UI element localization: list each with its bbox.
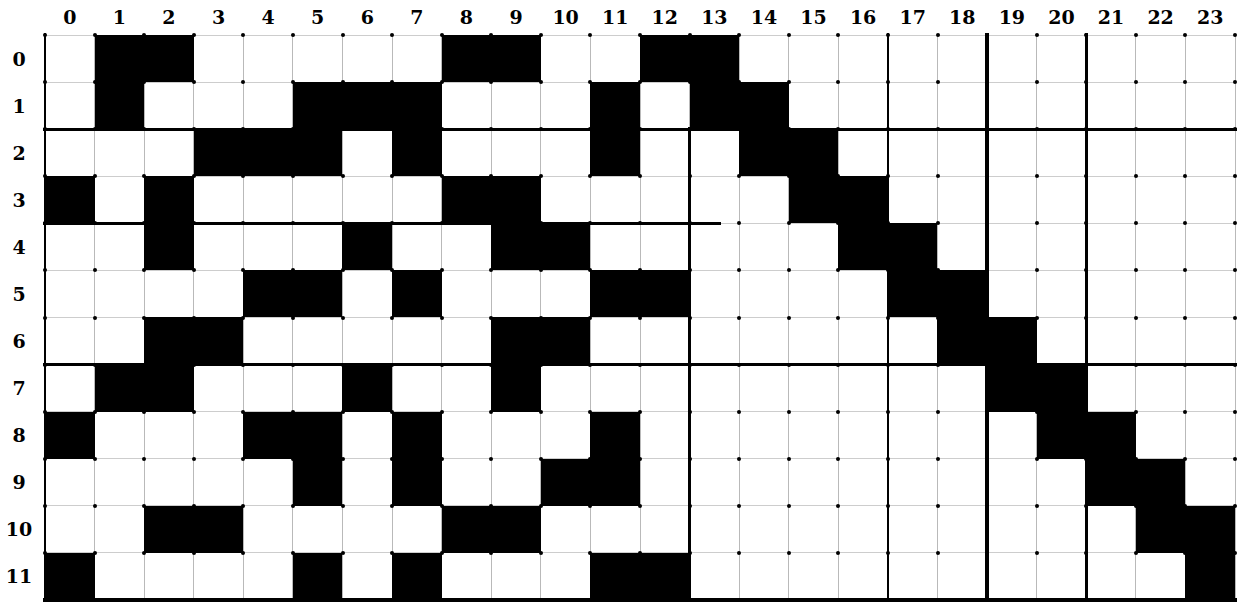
cell-r10-c7	[392, 506, 442, 553]
col-label-19: 19	[987, 2, 1037, 32]
cell-r7-c17	[888, 365, 938, 412]
cell-r6-c17	[888, 317, 938, 364]
intersection-dot-r10-c20	[1035, 504, 1039, 508]
cell-r4-c22	[1136, 223, 1186, 270]
intersection-dot-r1-c10	[539, 80, 543, 84]
cell-r6-c16	[838, 317, 888, 364]
cell-r3-c8	[442, 176, 492, 223]
cell-r3-c20	[1037, 176, 1087, 223]
cell-r4-c9	[491, 223, 541, 270]
cell-r8-c12	[640, 412, 690, 459]
cell-r11-c8	[442, 553, 492, 600]
cell-r2-c19	[987, 129, 1037, 176]
col-label-14: 14	[739, 2, 789, 32]
cell-r1-c6	[342, 82, 392, 129]
cell-r2-c23	[1185, 129, 1235, 176]
cell-r0-c5	[293, 35, 343, 82]
row-label-5: 5	[0, 280, 38, 308]
intersection-dot-r6-c2	[142, 316, 146, 320]
cell-r6-c21	[1086, 317, 1136, 364]
intersection-dot-r0-c20	[1035, 33, 1039, 37]
cell-r4-c1	[95, 223, 145, 270]
cell-r11-c16	[838, 553, 888, 600]
cell-r0-c12	[640, 35, 690, 82]
cell-r5-c12	[640, 270, 690, 317]
col-label-3: 3	[194, 2, 244, 32]
intersection-dot-r8-c22	[1134, 410, 1138, 414]
col-label-17: 17	[888, 2, 938, 32]
intersection-dot-r8-c24	[1233, 410, 1237, 414]
cell-r7-c16	[838, 365, 888, 412]
cell-r8-c3	[194, 412, 244, 459]
cell-r0-c3	[194, 35, 244, 82]
cell-r2-c22	[1136, 129, 1186, 176]
cell-r0-c23	[1185, 35, 1235, 82]
cell-r8-c9	[491, 412, 541, 459]
cell-r8-c11	[590, 412, 640, 459]
intersection-dot-r11-c22	[1134, 551, 1138, 555]
cell-r10-c21	[1086, 506, 1136, 553]
cell-r7-c4	[243, 365, 293, 412]
col-label-8: 8	[441, 2, 491, 32]
cell-r8-c22	[1136, 412, 1186, 459]
cell-r7-c18	[937, 365, 987, 412]
intersection-dot-r3-c15	[787, 174, 791, 178]
cell-r0-c4	[243, 35, 293, 82]
cell-r5-c4	[243, 270, 293, 317]
intersection-dot-r8-c7	[390, 410, 394, 414]
cell-r9-c14	[739, 459, 789, 506]
cell-r7-c1	[95, 365, 145, 412]
cell-r0-c14	[739, 35, 789, 82]
intersection-dot-r11-c5	[291, 551, 295, 555]
cell-r3-c5	[293, 176, 343, 223]
row-label-10: 10	[0, 515, 38, 543]
intersection-dot-r1-c6	[341, 80, 345, 84]
intersection-dot-r3-c24	[1233, 174, 1237, 178]
intersection-dot-r3-c20	[1035, 174, 1039, 178]
cell-r11-c7	[392, 553, 442, 600]
cell-r3-c0	[45, 176, 95, 223]
cell-r10-c3	[194, 506, 244, 553]
col-label-10: 10	[541, 2, 591, 32]
col-label-6: 6	[342, 2, 392, 32]
cell-r10-c15	[789, 506, 839, 553]
cell-r9-c7	[392, 459, 442, 506]
cell-r11-c18	[937, 553, 987, 600]
cell-r6-c10	[541, 317, 591, 364]
cell-r9-c5	[293, 459, 343, 506]
cell-r11-c22	[1136, 553, 1186, 600]
cell-r1-c21	[1086, 82, 1136, 129]
intersection-dot-r10-c1	[93, 504, 97, 508]
cell-r3-c13	[690, 176, 740, 223]
cell-r9-c8	[442, 459, 492, 506]
cell-r3-c11	[590, 176, 640, 223]
intersection-dot-r3-c18	[936, 174, 940, 178]
cell-r10-c2	[144, 506, 194, 553]
cell-r0-c15	[789, 35, 839, 82]
cell-r9-c23	[1185, 459, 1235, 506]
cell-r9-c21	[1086, 459, 1136, 506]
col-label-1: 1	[94, 2, 144, 32]
cell-r10-c16	[838, 506, 888, 553]
cell-r5-c7	[392, 270, 442, 317]
intersection-dot-r1-c13	[688, 80, 692, 84]
col-label-23: 23	[1185, 2, 1235, 32]
intersection-dot-r1-c3	[192, 80, 196, 84]
intersection-dot-r6-c4	[241, 316, 245, 320]
cell-r9-c0	[45, 459, 95, 506]
row-label-6: 6	[0, 327, 38, 355]
cell-r4-c11	[590, 223, 640, 270]
cell-r10-c9	[491, 506, 541, 553]
cell-r8-c13	[690, 412, 740, 459]
cell-r2-c4	[243, 129, 293, 176]
cell-r4-c0	[45, 223, 95, 270]
col-label-2: 2	[144, 2, 194, 32]
cell-r2-c8	[442, 129, 492, 176]
cell-r5-c14	[739, 270, 789, 317]
cell-r0-c21	[1086, 35, 1136, 82]
intersection-dot-r0-c3	[192, 33, 196, 37]
intersection-dot-r9-c12	[638, 457, 642, 461]
col-label-20: 20	[1036, 2, 1086, 32]
intersection-dot-r0-c12	[638, 33, 642, 37]
cell-r6-c5	[293, 317, 343, 364]
cell-r11-c4	[243, 553, 293, 600]
cell-r4-c6	[342, 223, 392, 270]
row-label-7: 7	[0, 374, 38, 402]
cell-r2-c3	[194, 129, 244, 176]
intersection-dot-r9-c10	[539, 457, 543, 461]
cell-r11-c10	[541, 553, 591, 600]
cell-r10-c10	[541, 506, 591, 553]
cell-r7-c23	[1185, 365, 1235, 412]
cell-r7-c22	[1136, 365, 1186, 412]
cell-r10-c22	[1136, 506, 1186, 553]
cell-r7-c6	[342, 365, 392, 412]
intersection-dot-r6-c1	[93, 316, 97, 320]
cell-r9-c1	[95, 459, 145, 506]
intersection-dot-r8-c6	[341, 410, 345, 414]
cell-r9-c17	[888, 459, 938, 506]
cell-r11-c12	[640, 553, 690, 600]
bottom-border	[43, 598, 1237, 602]
cell-r5-c6	[342, 270, 392, 317]
cell-r7-c12	[640, 365, 690, 412]
cell-r1-c1	[95, 82, 145, 129]
cell-r11-c11	[590, 553, 640, 600]
binary-matrix-figure: 01234567891011121314151617181920212223 0…	[0, 0, 1240, 605]
cell-r2-c11	[590, 129, 640, 176]
intersection-dot-r9-c2	[142, 457, 146, 461]
cell-r9-c19	[987, 459, 1037, 506]
cell-r6-c7	[392, 317, 442, 364]
cell-r8-c21	[1086, 412, 1136, 459]
cell-r10-c18	[937, 506, 987, 553]
cell-r5-c10	[541, 270, 591, 317]
cell-r2-c0	[45, 129, 95, 176]
intersection-dot-r11-c7	[390, 551, 394, 555]
cell-r0-c6	[342, 35, 392, 82]
cell-r6-c6	[342, 317, 392, 364]
cell-r0-c9	[491, 35, 541, 82]
cell-r0-c16	[838, 35, 888, 82]
cell-r5-c15	[789, 270, 839, 317]
cell-r1-c8	[442, 82, 492, 129]
cell-r10-c20	[1037, 506, 1087, 553]
cell-r3-c15	[789, 176, 839, 223]
cell-r9-c2	[144, 459, 194, 506]
cell-r10-c0	[45, 506, 95, 553]
cell-r2-c16	[838, 129, 888, 176]
cell-r0-c8	[442, 35, 492, 82]
cell-r9-c20	[1037, 459, 1087, 506]
col-18-19-separator	[985, 33, 989, 602]
intersection-dot-r9-c8	[440, 457, 444, 461]
cell-r3-c10	[541, 176, 591, 223]
cell-r4-c15	[789, 223, 839, 270]
intersection-dot-r10-c14	[737, 504, 741, 508]
intersection-dot-r10-c6	[341, 504, 345, 508]
col-label-12: 12	[640, 2, 690, 32]
intersection-dot-r9-c9	[489, 457, 493, 461]
cell-r2-c9	[491, 129, 541, 176]
intersection-dot-r1-c24	[1233, 80, 1237, 84]
col-label-7: 7	[392, 2, 442, 32]
cell-r10-c5	[293, 506, 343, 553]
cell-r3-c6	[342, 176, 392, 223]
cell-r11-c2	[144, 553, 194, 600]
intersection-dot-r10-c22	[1134, 504, 1138, 508]
cell-r11-c20	[1037, 553, 1087, 600]
cell-r9-c11	[590, 459, 640, 506]
cell-r8-c8	[442, 412, 492, 459]
intersection-dot-r1-c15	[787, 80, 791, 84]
intersection-dot-r1-c18	[936, 80, 940, 84]
cell-r0-c18	[937, 35, 987, 82]
cell-r1-c3	[194, 82, 244, 129]
row-label-4: 4	[0, 233, 38, 261]
intersection-dot-r8-c9	[489, 410, 493, 414]
cell-r6-c0	[45, 317, 95, 364]
intersection-dot-r10-c18	[936, 504, 940, 508]
cell-r6-c13	[690, 317, 740, 364]
intersection-dot-r8-c20	[1035, 410, 1039, 414]
intersection-dot-r0-c6	[341, 33, 345, 37]
cell-r9-c12	[640, 459, 690, 506]
cell-r3-c14	[739, 176, 789, 223]
cell-r3-c17	[888, 176, 938, 223]
cell-r6-c18	[937, 317, 987, 364]
cell-r11-c23	[1185, 553, 1235, 600]
cell-r3-c16	[838, 176, 888, 223]
cell-r10-c11	[590, 506, 640, 553]
cell-r4-c23	[1185, 223, 1235, 270]
cell-r8-c18	[937, 412, 987, 459]
cell-r7-c13	[690, 365, 740, 412]
cell-r5-c0	[45, 270, 95, 317]
cell-r10-c8	[442, 506, 492, 553]
intersection-dot-r6-c22	[1134, 316, 1138, 320]
intersection-dot-r9-c20	[1035, 457, 1039, 461]
intersection-dot-r11-c8	[440, 551, 444, 555]
intersection-dot-r6-c15	[787, 316, 791, 320]
cell-r11-c14	[739, 553, 789, 600]
intersection-dot-r5-c24	[1233, 268, 1237, 272]
cell-r10-c23	[1185, 506, 1235, 553]
cell-r2-c7	[392, 129, 442, 176]
cell-r2-c10	[541, 129, 591, 176]
intersection-dot-r11-c10	[539, 551, 543, 555]
cell-r1-c17	[888, 82, 938, 129]
cell-r7-c11	[590, 365, 640, 412]
cell-r9-c16	[838, 459, 888, 506]
cell-r4-c10	[541, 223, 591, 270]
intersection-dot-r8-c3	[192, 410, 196, 414]
cell-r5-c1	[95, 270, 145, 317]
cell-r4-c4	[243, 223, 293, 270]
cell-r11-c5	[293, 553, 343, 600]
cell-r9-c22	[1136, 459, 1186, 506]
cell-r5-c9	[491, 270, 541, 317]
intersection-dot-r10-c24	[1233, 504, 1237, 508]
cell-r6-c9	[491, 317, 541, 364]
cell-r4-c12	[640, 223, 690, 270]
cell-r1-c16	[838, 82, 888, 129]
row-label-3: 3	[0, 186, 38, 214]
intersection-dot-r6-c10	[539, 316, 543, 320]
cell-r6-c4	[243, 317, 293, 364]
cell-r1-c15	[789, 82, 839, 129]
cell-r0-c2	[144, 35, 194, 82]
cell-r9-c15	[789, 459, 839, 506]
intersection-dot-r6-c16	[836, 316, 840, 320]
cell-r4-c19	[987, 223, 1037, 270]
col-label-5: 5	[293, 2, 343, 32]
intersection-dot-r9-c18	[936, 457, 940, 461]
intersection-dot-r9-c1	[93, 457, 97, 461]
col-label-16: 16	[838, 2, 888, 32]
cell-r9-c13	[690, 459, 740, 506]
cell-r2-c5	[293, 129, 343, 176]
intersection-dot-r11-c15	[787, 551, 791, 555]
cell-r9-c6	[342, 459, 392, 506]
cell-r8-c16	[838, 412, 888, 459]
cell-r4-c5	[293, 223, 343, 270]
cell-r11-c17	[888, 553, 938, 600]
intersection-dot-r6-c14	[737, 316, 741, 320]
cell-r1-c20	[1037, 82, 1087, 129]
cell-r5-c18	[937, 270, 987, 317]
col-label-0: 0	[45, 2, 95, 32]
cell-r4-c2	[144, 223, 194, 270]
intersection-dot-r11-c12	[638, 551, 642, 555]
cell-r0-c17	[888, 35, 938, 82]
col-16-17-thin-line	[887, 33, 888, 602]
cell-r6-c22	[1136, 317, 1186, 364]
cell-r7-c14	[739, 365, 789, 412]
cell-r4-c3	[194, 223, 244, 270]
intersection-dot-r9-c5	[291, 457, 295, 461]
cell-r11-c6	[342, 553, 392, 600]
cell-r6-c3	[194, 317, 244, 364]
cell-r1-c18	[937, 82, 987, 129]
cell-r1-c19	[987, 82, 1037, 129]
intersection-dot-r10-c2	[142, 504, 146, 508]
col-label-11: 11	[590, 2, 640, 32]
cell-r4-c8	[442, 223, 492, 270]
intersection-dot-r11-c24	[1233, 551, 1237, 555]
col-label-18: 18	[937, 2, 987, 32]
intersection-dot-r11-c3	[192, 551, 196, 555]
cell-r8-c0	[45, 412, 95, 459]
intersection-dot-r1-c20	[1035, 80, 1039, 84]
intersection-dot-r10-c10	[539, 504, 543, 508]
intersection-dot-r0-c13	[688, 33, 692, 37]
cell-r6-c2	[144, 317, 194, 364]
cell-r8-c20	[1037, 412, 1087, 459]
intersection-dot-r11-c1	[93, 551, 97, 555]
cell-r8-c15	[789, 412, 839, 459]
cell-r1-c14	[739, 82, 789, 129]
cell-r4-c16	[838, 223, 888, 270]
intersection-dot-r8-c14	[737, 410, 741, 414]
cell-r9-c4	[243, 459, 293, 506]
cell-r11-c9	[491, 553, 541, 600]
intersection-dot-r0-c24	[1233, 33, 1237, 37]
cell-r2-c17	[888, 129, 938, 176]
cell-r6-c8	[442, 317, 492, 364]
cell-r1-c12	[640, 82, 690, 129]
cell-r2-c20	[1037, 129, 1087, 176]
cell-r3-c1	[95, 176, 145, 223]
intersection-dot-r9-c14	[737, 457, 741, 461]
cell-r7-c15	[789, 365, 839, 412]
cell-r8-c7	[392, 412, 442, 459]
col-label-9: 9	[491, 2, 541, 32]
cell-r2-c21	[1086, 129, 1136, 176]
cell-r10-c4	[243, 506, 293, 553]
cell-r0-c22	[1136, 35, 1186, 82]
cell-r2-c1	[95, 129, 145, 176]
intersection-dot-r3-c1	[93, 174, 97, 178]
cell-r6-c20	[1037, 317, 1087, 364]
intersection-dot-r6-c7	[390, 316, 394, 320]
cell-r2-c12	[640, 129, 690, 176]
intersection-dot-r6-c3	[192, 316, 196, 320]
cell-r8-c2	[144, 412, 194, 459]
cell-r8-c10	[541, 412, 591, 459]
cell-r10-c1	[95, 506, 145, 553]
row-3-4-partial-separator	[43, 222, 721, 225]
cell-r11-c15	[789, 553, 839, 600]
cell-r5-c20	[1037, 270, 1087, 317]
intersection-dot-r0-c1	[93, 33, 97, 37]
cell-r0-c0	[45, 35, 95, 82]
intersection-dot-r9-c7	[390, 457, 394, 461]
cell-r0-c13	[690, 35, 740, 82]
cell-r10-c14	[739, 506, 789, 553]
cell-r3-c9	[491, 176, 541, 223]
cell-r1-c10	[541, 82, 591, 129]
intersection-dot-r6-c5	[291, 316, 295, 320]
cell-r10-c19	[987, 506, 1037, 553]
row-label-11: 11	[0, 562, 38, 590]
cell-r5-c11	[590, 270, 640, 317]
cell-r4-c18	[937, 223, 987, 270]
